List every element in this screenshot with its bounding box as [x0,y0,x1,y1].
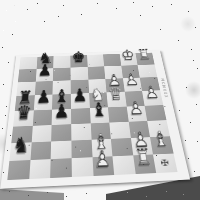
board-margin: ♞♚♚♔♜♖♟♟♙♟♙♜♟♝♟♞♘♛♕♟♙♛♟♝♟♙♞♝♗♟♙♝♗♟♙♜♖ ✠ … [0,50,190,188]
black-pawn: ♟ [52,99,71,121]
white-rook: ♜♖ [134,46,154,63]
white-pawn: ♟♙ [125,97,147,119]
white-pawn: ♟♙ [122,70,143,90]
board-maker-logo-icon: ✠ [160,157,170,167]
white-pawn: ♟♙ [91,145,114,172]
chess-photo: ♞♚♚♔♜♖♟♟♙♟♙♜♟♝♟♞♘♛♕♟♙♛♟♝♟♙♞♝♗♟♙♝♗♟♙♜♖ ✠ … [0,0,200,200]
chessboard: ♞♚♚♔♜♖♟♟♙♟♙♜♟♝♟♞♘♛♕♟♙♛♟♝♟♙♞♝♗♟♙♝♗♟♙♜♖ ✠ … [0,50,190,188]
black-queen: ♛ [13,101,34,124]
black-pawn: ♟ [34,86,53,107]
board-grain [16,55,17,56]
white-queen: ♛♕ [106,83,127,104]
black-knight: ♞ [10,132,33,158]
black-pawn: ♟ [35,61,53,80]
black-pawn: ♟ [70,85,89,106]
black-king: ♚ [70,48,87,66]
board-play-area: ♞♚♚♔♜♖♟♟♙♟♙♜♟♝♟♞♘♛♕♟♙♛♟♝♟♙♞♝♗♟♙♝♗♟♙♜♖ ✠ [7,53,177,180]
pieces-layer: ♞♚♚♔♜♖♟♟♙♟♙♜♟♝♟♞♘♛♕♟♙♛♟♝♟♙♞♝♗♟♙♝♗♟♙♜♖ [7,53,177,180]
black-bishop: ♝ [89,98,109,120]
white-rook: ♜♖ [131,143,156,170]
